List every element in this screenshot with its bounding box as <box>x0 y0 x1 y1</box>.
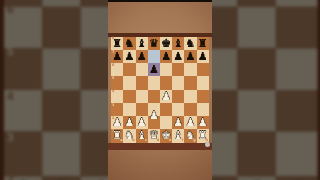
square-c2[interactable]: ♟ <box>136 116 148 129</box>
square-a1[interactable]: 1a♜ <box>111 129 123 142</box>
square-d8[interactable]: ♛ <box>148 37 160 50</box>
square-a4[interactable]: 4 <box>111 90 123 103</box>
bg-black-piece-h7: ♟ <box>281 0 313 4</box>
black-piece-e8: ♚ <box>161 36 171 49</box>
rank-label-2: 2 <box>112 117 114 120</box>
square-b7[interactable]: ♟ <box>123 50 135 63</box>
black-piece-d6: ♟ <box>149 63 159 76</box>
black-piece-h7: ♟ <box>198 50 208 63</box>
square-h2[interactable]: ♟ <box>197 116 209 129</box>
square-f7[interactable]: ♟ <box>172 50 184 63</box>
square-b2[interactable]: ♟ <box>123 116 135 129</box>
square-b3[interactable] <box>123 103 135 116</box>
file-label-d: d <box>157 139 159 142</box>
bg-white-piece-g2: ♟ <box>242 174 274 180</box>
bg-black-piece-b7: ♟ <box>47 0 79 4</box>
square-c5[interactable] <box>136 76 148 89</box>
rank-label-7: 7 <box>112 51 114 54</box>
file-label-c: c <box>145 139 147 142</box>
bg-square-b4 <box>43 90 82 132</box>
bg-square-h3 <box>277 132 316 174</box>
bg-square-g5 <box>238 48 277 90</box>
square-e5[interactable] <box>160 76 172 89</box>
square-d1[interactable]: d♛ <box>148 129 160 142</box>
file-label-f: f <box>182 139 183 142</box>
bg-black-piece-g7: ♟ <box>242 0 274 4</box>
bg-square-b5 <box>43 48 82 90</box>
bg-rank-label-6: 6 <box>6 7 14 18</box>
bg-square-a6: 6 <box>4 5 43 47</box>
square-f3[interactable] <box>172 103 184 116</box>
square-g5[interactable] <box>184 76 196 89</box>
bg-square-a5: 5 <box>4 48 43 90</box>
square-f4[interactable] <box>172 90 184 103</box>
black-piece-g8: ♞ <box>186 36 196 49</box>
chess-board[interactable]: 8♜♞♝♛♚♝♞♜7♟♟♟♟♟♟♟6♟54♟32♟♟♟♟♟♟1a♜b♞c♝d♛e… <box>111 37 209 143</box>
video-frame: 8♜♞♝♛♚♝♞♜7♟♟♟♟♟♟♟6♟54♟32♟♟♟♟♟♟1a♜b♞c♝d♛e… <box>0 0 320 180</box>
square-b8[interactable]: ♞ <box>123 37 135 50</box>
black-piece-d8: ♛ <box>149 36 159 49</box>
bg-square-h4 <box>277 90 316 132</box>
bg-square-a2: 2♟ <box>4 175 43 180</box>
board-menu-button[interactable] <box>205 142 210 147</box>
bg-square-g3 <box>238 132 277 174</box>
board-frame-bottom <box>108 143 212 150</box>
bg-square-h2: ♟ <box>277 175 316 180</box>
square-g7[interactable]: ♟ <box>184 50 196 63</box>
bg-square-b6 <box>43 5 82 47</box>
square-h7[interactable]: ♟ <box>197 50 209 63</box>
black-piece-e7: ♟ <box>161 50 171 63</box>
square-f5[interactable] <box>172 76 184 89</box>
white-piece-h2: ♟ <box>198 116 208 129</box>
square-g4[interactable] <box>184 90 196 103</box>
square-h1[interactable]: h♜ <box>197 129 209 142</box>
bg-square-a3: 3 <box>4 132 43 174</box>
bg-white-piece-h2: ♟ <box>281 174 313 180</box>
square-g2[interactable]: ♟ <box>184 116 196 129</box>
square-a6[interactable]: 6 <box>111 63 123 76</box>
bg-square-a4: 4 <box>4 90 43 132</box>
bg-rank-label-3: 3 <box>6 134 14 145</box>
square-h6[interactable] <box>197 63 209 76</box>
black-piece-b8: ♞ <box>125 36 135 49</box>
bg-square-g6 <box>238 5 277 47</box>
black-piece-f8: ♝ <box>173 36 183 49</box>
black-piece-f7: ♟ <box>173 50 183 63</box>
square-c4[interactable] <box>136 90 148 103</box>
bg-rank-label-5: 5 <box>6 50 14 61</box>
square-h8[interactable]: ♜ <box>197 37 209 50</box>
square-g3[interactable] <box>184 103 196 116</box>
white-pawn-glyph: ♟ <box>149 109 159 122</box>
white-piece-c2: ♟ <box>137 116 147 129</box>
square-d4[interactable] <box>148 90 160 103</box>
bg-rank-label-2: 2 <box>6 177 14 180</box>
square-e3[interactable] <box>160 103 172 116</box>
bg-white-piece-b2: ♟ <box>47 174 79 180</box>
rank-label-6: 6 <box>112 64 114 67</box>
white-piece-g2: ♟ <box>186 116 196 129</box>
square-e4[interactable]: ♟ <box>160 90 172 103</box>
square-a3[interactable]: 3 <box>111 103 123 116</box>
bg-square-b2: ♟ <box>43 175 82 180</box>
file-label-b: b <box>132 139 134 142</box>
rank-label-3: 3 <box>112 104 114 107</box>
black-piece-g7: ♟ <box>186 50 196 63</box>
square-e7[interactable]: ♟ <box>160 50 172 63</box>
square-c8[interactable]: ♝ <box>136 37 148 50</box>
black-piece-h8: ♜ <box>198 36 208 49</box>
square-h3[interactable] <box>197 103 209 116</box>
square-b4[interactable] <box>123 90 135 103</box>
square-a8[interactable]: 8♜ <box>111 37 123 50</box>
black-piece-b7: ♟ <box>125 50 135 63</box>
bg-square-h5 <box>277 48 316 90</box>
square-d5[interactable] <box>148 76 160 89</box>
square-h4[interactable] <box>197 90 209 103</box>
square-b6[interactable] <box>123 63 135 76</box>
square-f2[interactable]: ♟ <box>172 116 184 129</box>
white-piece-b2: ♟ <box>125 116 135 129</box>
square-f6[interactable] <box>172 63 184 76</box>
square-e2[interactable] <box>160 116 172 129</box>
bg-square-g4 <box>238 90 277 132</box>
bg-square-g2: ♟ <box>238 175 277 180</box>
square-c6[interactable] <box>136 63 148 76</box>
bg-rank-label-4: 4 <box>6 92 14 103</box>
square-a5[interactable]: 5 <box>111 76 123 89</box>
file-label-g: g <box>193 139 195 142</box>
square-f8[interactable]: ♝ <box>172 37 184 50</box>
square-e8[interactable]: ♚ <box>160 37 172 50</box>
white-piece-f2: ♟ <box>173 116 183 129</box>
rank-label-1: 1 <box>112 130 114 133</box>
black-piece-c7: ♟ <box>137 50 147 63</box>
bg-square-b3 <box>43 132 82 174</box>
bg-square-h6 <box>277 5 316 47</box>
rank-label-4: 4 <box>112 90 114 93</box>
black-piece-c8: ♝ <box>137 36 147 49</box>
square-d7[interactable] <box>148 50 160 63</box>
square-a2[interactable]: 2♟ <box>111 116 123 129</box>
video-top-edge <box>108 0 212 2</box>
square-g6[interactable] <box>184 63 196 76</box>
square-b1[interactable]: b♞ <box>123 129 135 142</box>
square-c3[interactable] <box>136 103 148 116</box>
file-label-a: a <box>120 139 122 142</box>
animating-white-pawn[interactable]: ♟ <box>148 109 160 122</box>
square-b5[interactable] <box>123 76 135 89</box>
square-e6[interactable] <box>160 63 172 76</box>
file-label-e: e <box>169 139 171 142</box>
square-d6[interactable]: ♟ <box>148 63 160 76</box>
square-a7[interactable]: 7♟ <box>111 50 123 63</box>
square-c1[interactable]: c♝ <box>136 129 148 142</box>
square-c7[interactable]: ♟ <box>136 50 148 63</box>
square-g1[interactable]: g♞ <box>184 129 196 142</box>
video-strip: 8♜♞♝♛♚♝♞♜7♟♟♟♟♟♟♟6♟54♟32♟♟♟♟♟♟1a♜b♞c♝d♛e… <box>108 0 212 180</box>
white-piece-e4: ♟ <box>161 89 171 102</box>
rank-label-8: 8 <box>112 37 114 40</box>
square-g8[interactable]: ♞ <box>184 37 196 50</box>
rank-label-5: 5 <box>112 77 114 80</box>
square-f1[interactable]: f♝ <box>172 129 184 142</box>
square-e1[interactable]: e♚ <box>160 129 172 142</box>
square-h5[interactable] <box>197 76 209 89</box>
